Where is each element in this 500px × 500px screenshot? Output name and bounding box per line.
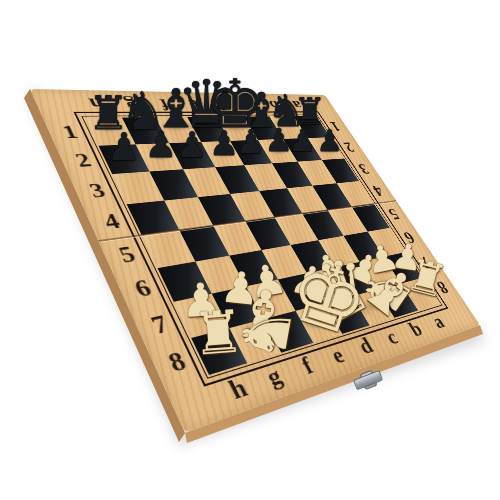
- coord-file-c-top: c: [241, 98, 257, 112]
- coord-file-g-bottom: g: [262, 363, 286, 391]
- coord-file-c-bottom: c: [382, 326, 401, 348]
- coord-file-e-bottom: e: [327, 343, 348, 368]
- coord-file-b-bottom: b: [406, 318, 427, 340]
- coord-file-g-top: g: [122, 96, 142, 113]
- chess-set-product-photo: 1122334455667788hhggffeeddccbbaa ♜♞♝♛♚♝♞…: [0, 0, 500, 500]
- coord-file-a-bottom: a: [429, 312, 448, 333]
- coord-rank-1-left: 1: [59, 123, 81, 142]
- coord-rank-8-left: 8: [165, 348, 190, 377]
- coord-rank-4-left: 4: [100, 211, 123, 234]
- coord-rank-3-left: 3: [86, 180, 109, 201]
- coord-file-e-top: e: [186, 97, 203, 112]
- coord-file-f-bottom: f: [298, 353, 317, 378]
- coord-rank-2-left: 2: [72, 151, 94, 171]
- coord-file-h-top: h: [86, 95, 108, 112]
- coord-file-h-bottom: h: [225, 374, 251, 404]
- coord-file-d-bottom: d: [355, 334, 377, 358]
- coord-rank-6-left: 6: [131, 276, 155, 302]
- coord-rank-5-left: 5: [115, 243, 139, 267]
- coord-rank-7-left: 7: [147, 311, 172, 338]
- coord-file-b-top: b: [266, 98, 284, 112]
- coord-file-f-top: f: [156, 96, 172, 112]
- coord-file-a-top: a: [290, 98, 306, 112]
- coord-file-d-top: d: [214, 97, 233, 112]
